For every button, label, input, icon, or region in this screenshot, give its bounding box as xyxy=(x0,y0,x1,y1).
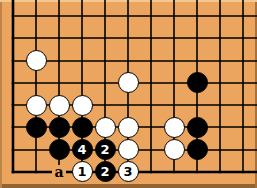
board-point: 3 xyxy=(117,161,140,183)
board-point xyxy=(71,116,94,138)
stone-white-move-1: 1 xyxy=(72,161,93,182)
stone-black xyxy=(26,117,47,138)
go-board-diagram: 42123a xyxy=(0,0,257,188)
stone-black xyxy=(72,117,93,138)
board-point xyxy=(71,94,94,116)
stone-black xyxy=(187,139,208,160)
stone-white xyxy=(95,117,116,138)
board-point xyxy=(117,139,140,161)
stone-black xyxy=(49,117,70,138)
point-label-a: a xyxy=(52,165,65,179)
board-point xyxy=(94,116,117,138)
board-point xyxy=(163,139,186,161)
stone-white xyxy=(118,139,139,160)
board-point: 1 xyxy=(71,161,94,183)
stone-white-move-3: 3 xyxy=(118,161,139,182)
board-point xyxy=(163,116,186,138)
board-point: 2 xyxy=(94,139,117,161)
board-point xyxy=(48,116,71,138)
stone-black-move-2: 2 xyxy=(95,161,116,182)
stone-white xyxy=(26,50,47,71)
stone-white xyxy=(118,72,139,93)
board-point xyxy=(186,72,209,94)
stone-white xyxy=(164,117,185,138)
board-point xyxy=(25,49,48,71)
board-point xyxy=(117,116,140,138)
board-point xyxy=(186,139,209,161)
stone-black-move-4: 4 xyxy=(72,139,93,160)
stone-white xyxy=(49,95,70,116)
board-point-labeled: a xyxy=(48,161,71,183)
board-point xyxy=(48,139,71,161)
board-point xyxy=(48,94,71,116)
board-point xyxy=(25,94,48,116)
stone-black xyxy=(49,139,70,160)
board-point: 4 xyxy=(71,139,94,161)
stone-black xyxy=(187,117,208,138)
stone-white xyxy=(118,117,139,138)
board-point xyxy=(25,116,48,138)
stone-white xyxy=(26,95,47,116)
stone-white xyxy=(164,139,185,160)
board-point xyxy=(117,72,140,94)
board-point: 2 xyxy=(94,161,117,183)
board-grid: 42123a xyxy=(2,5,255,183)
stone-black-move-2: 2 xyxy=(95,139,116,160)
stone-black xyxy=(187,72,208,93)
board-point xyxy=(186,116,209,138)
stone-white xyxy=(72,95,93,116)
